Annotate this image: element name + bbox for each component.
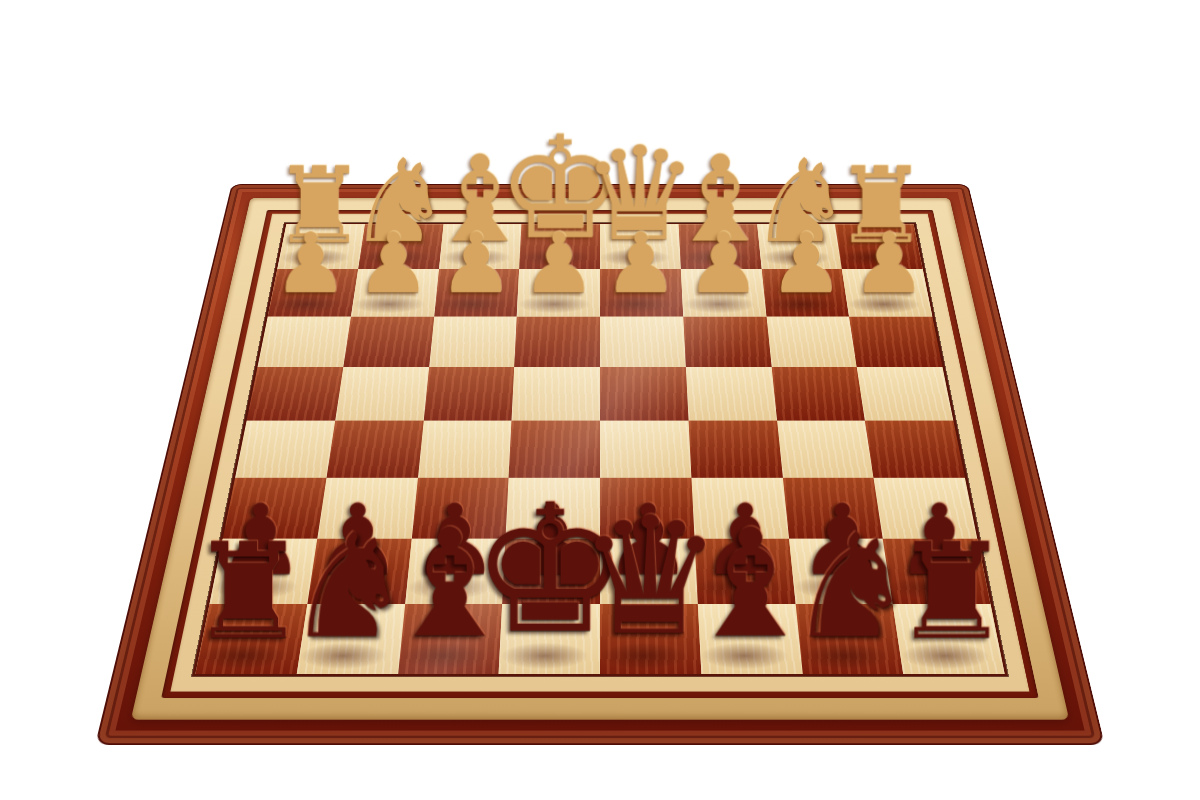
square-c3[interactable] xyxy=(683,316,771,366)
piece-shadow xyxy=(503,575,589,600)
piece-shadow xyxy=(278,249,351,266)
square-f1[interactable]: ♝ xyxy=(439,224,522,269)
board-perspective-stage: ♜♞♝♚♛♝♞♜♟♟♟♟♟♟♟♟♟♟♟♟♟♟♟♟♜♞♝♚♛♝♞♜ xyxy=(95,0,1105,745)
square-h7[interactable]: ♟ xyxy=(210,539,318,604)
piece-shadow xyxy=(439,249,511,266)
piece-shadow xyxy=(600,575,686,600)
square-a5[interactable] xyxy=(865,421,965,478)
square-b8[interactable]: ♞ xyxy=(795,604,903,674)
square-d4[interactable] xyxy=(600,367,688,421)
square-c8[interactable]: ♝ xyxy=(698,604,803,674)
square-a1[interactable]: ♜ xyxy=(835,224,922,269)
piece-shadow xyxy=(308,575,396,600)
piece-shadow xyxy=(839,249,912,266)
piece-shadow xyxy=(680,249,752,266)
piece-shadow xyxy=(211,575,300,600)
square-b2[interactable]: ♟ xyxy=(761,269,849,317)
square-e2[interactable]: ♟ xyxy=(517,269,600,317)
square-b7[interactable]: ♟ xyxy=(789,539,893,604)
piece-shadow xyxy=(793,575,881,600)
piece-shadow xyxy=(600,295,673,313)
piece-shadow xyxy=(760,249,832,266)
piece-shadow xyxy=(352,295,427,313)
square-f3[interactable] xyxy=(429,316,517,366)
piece-shadow xyxy=(520,249,591,266)
piece-shadow xyxy=(600,643,689,670)
piece-shadow xyxy=(682,295,756,313)
square-h3[interactable] xyxy=(257,316,350,366)
square-h2[interactable]: ♟ xyxy=(268,269,358,317)
piece-shadow xyxy=(269,295,345,313)
square-a8[interactable]: ♜ xyxy=(893,604,1005,674)
square-g2[interactable]: ♟ xyxy=(351,269,439,317)
square-e1[interactable]: ♚ xyxy=(519,224,600,269)
piece-shadow xyxy=(600,249,671,266)
piece-shadow xyxy=(799,643,890,670)
square-a3[interactable] xyxy=(849,316,942,366)
square-f5[interactable] xyxy=(418,421,512,478)
piece-shadow xyxy=(359,249,432,266)
square-b5[interactable] xyxy=(777,421,874,478)
piece-shadow xyxy=(846,295,922,313)
square-f8[interactable]: ♝ xyxy=(398,604,503,674)
piece-shadow xyxy=(517,295,590,313)
piece-shadow xyxy=(696,575,783,600)
square-d5[interactable] xyxy=(600,421,691,478)
square-d1[interactable]: ♛ xyxy=(600,224,681,269)
square-g4[interactable] xyxy=(335,367,429,421)
chessboard-squares: ♜♞♝♚♛♝♞♜♟♟♟♟♟♟♟♟♟♟♟♟♟♟♟♟♜♞♝♚♛♝♞♜ xyxy=(195,224,1004,674)
square-f2[interactable]: ♟ xyxy=(434,269,519,317)
piece-shadow xyxy=(399,643,489,670)
square-h5[interactable] xyxy=(235,421,335,478)
square-h4[interactable] xyxy=(247,367,343,421)
square-a4[interactable] xyxy=(857,367,953,421)
piece-shadow xyxy=(499,643,588,670)
piece-shadow xyxy=(406,575,493,600)
piece-shadow xyxy=(197,643,290,670)
square-a2[interactable]: ♟ xyxy=(842,269,932,317)
square-b3[interactable] xyxy=(766,316,857,366)
square-e4[interactable] xyxy=(512,367,600,421)
square-f4[interactable] xyxy=(423,367,514,421)
piece-shadow xyxy=(434,295,508,313)
square-g3[interactable] xyxy=(343,316,434,366)
square-g8[interactable]: ♞ xyxy=(297,604,405,674)
square-c1[interactable]: ♝ xyxy=(678,224,761,269)
piece-shadow xyxy=(298,643,389,670)
square-b1[interactable]: ♞ xyxy=(757,224,842,269)
square-c5[interactable] xyxy=(688,421,782,478)
piece-shadow xyxy=(700,643,790,670)
square-b4[interactable] xyxy=(771,367,865,421)
piece-shadow xyxy=(764,295,839,313)
square-c4[interactable] xyxy=(686,367,777,421)
square-e3[interactable] xyxy=(514,316,600,366)
square-h8[interactable]: ♜ xyxy=(195,604,307,674)
square-h1[interactable]: ♜ xyxy=(277,224,364,269)
square-g7[interactable]: ♟ xyxy=(307,539,411,604)
square-g1[interactable]: ♞ xyxy=(358,224,443,269)
square-a7[interactable]: ♟ xyxy=(883,539,991,604)
square-e8[interactable]: ♚ xyxy=(499,604,600,674)
square-g5[interactable] xyxy=(326,421,423,478)
square-e5[interactable] xyxy=(509,421,600,478)
square-d7[interactable]: ♟ xyxy=(600,539,698,604)
chess-set-photo: ♜♞♝♚♛♝♞♜♟♟♟♟♟♟♟♟♟♟♟♟♟♟♟♟♜♞♝♚♛♝♞♜ xyxy=(0,0,1200,800)
square-d8[interactable]: ♛ xyxy=(600,604,701,674)
square-c2[interactable]: ♟ xyxy=(681,269,766,317)
piece-shadow xyxy=(899,643,992,670)
square-c7[interactable]: ♟ xyxy=(694,539,795,604)
square-d2[interactable]: ♟ xyxy=(600,269,683,317)
chessboard: ♜♞♝♚♛♝♞♜♟♟♟♟♟♟♟♟♟♟♟♟♟♟♟♟♜♞♝♚♛♝♞♜ xyxy=(95,184,1105,745)
square-f7[interactable]: ♟ xyxy=(405,539,506,604)
piece-shadow xyxy=(889,575,978,600)
square-e7[interactable]: ♟ xyxy=(502,539,600,604)
square-d3[interactable] xyxy=(600,316,686,366)
